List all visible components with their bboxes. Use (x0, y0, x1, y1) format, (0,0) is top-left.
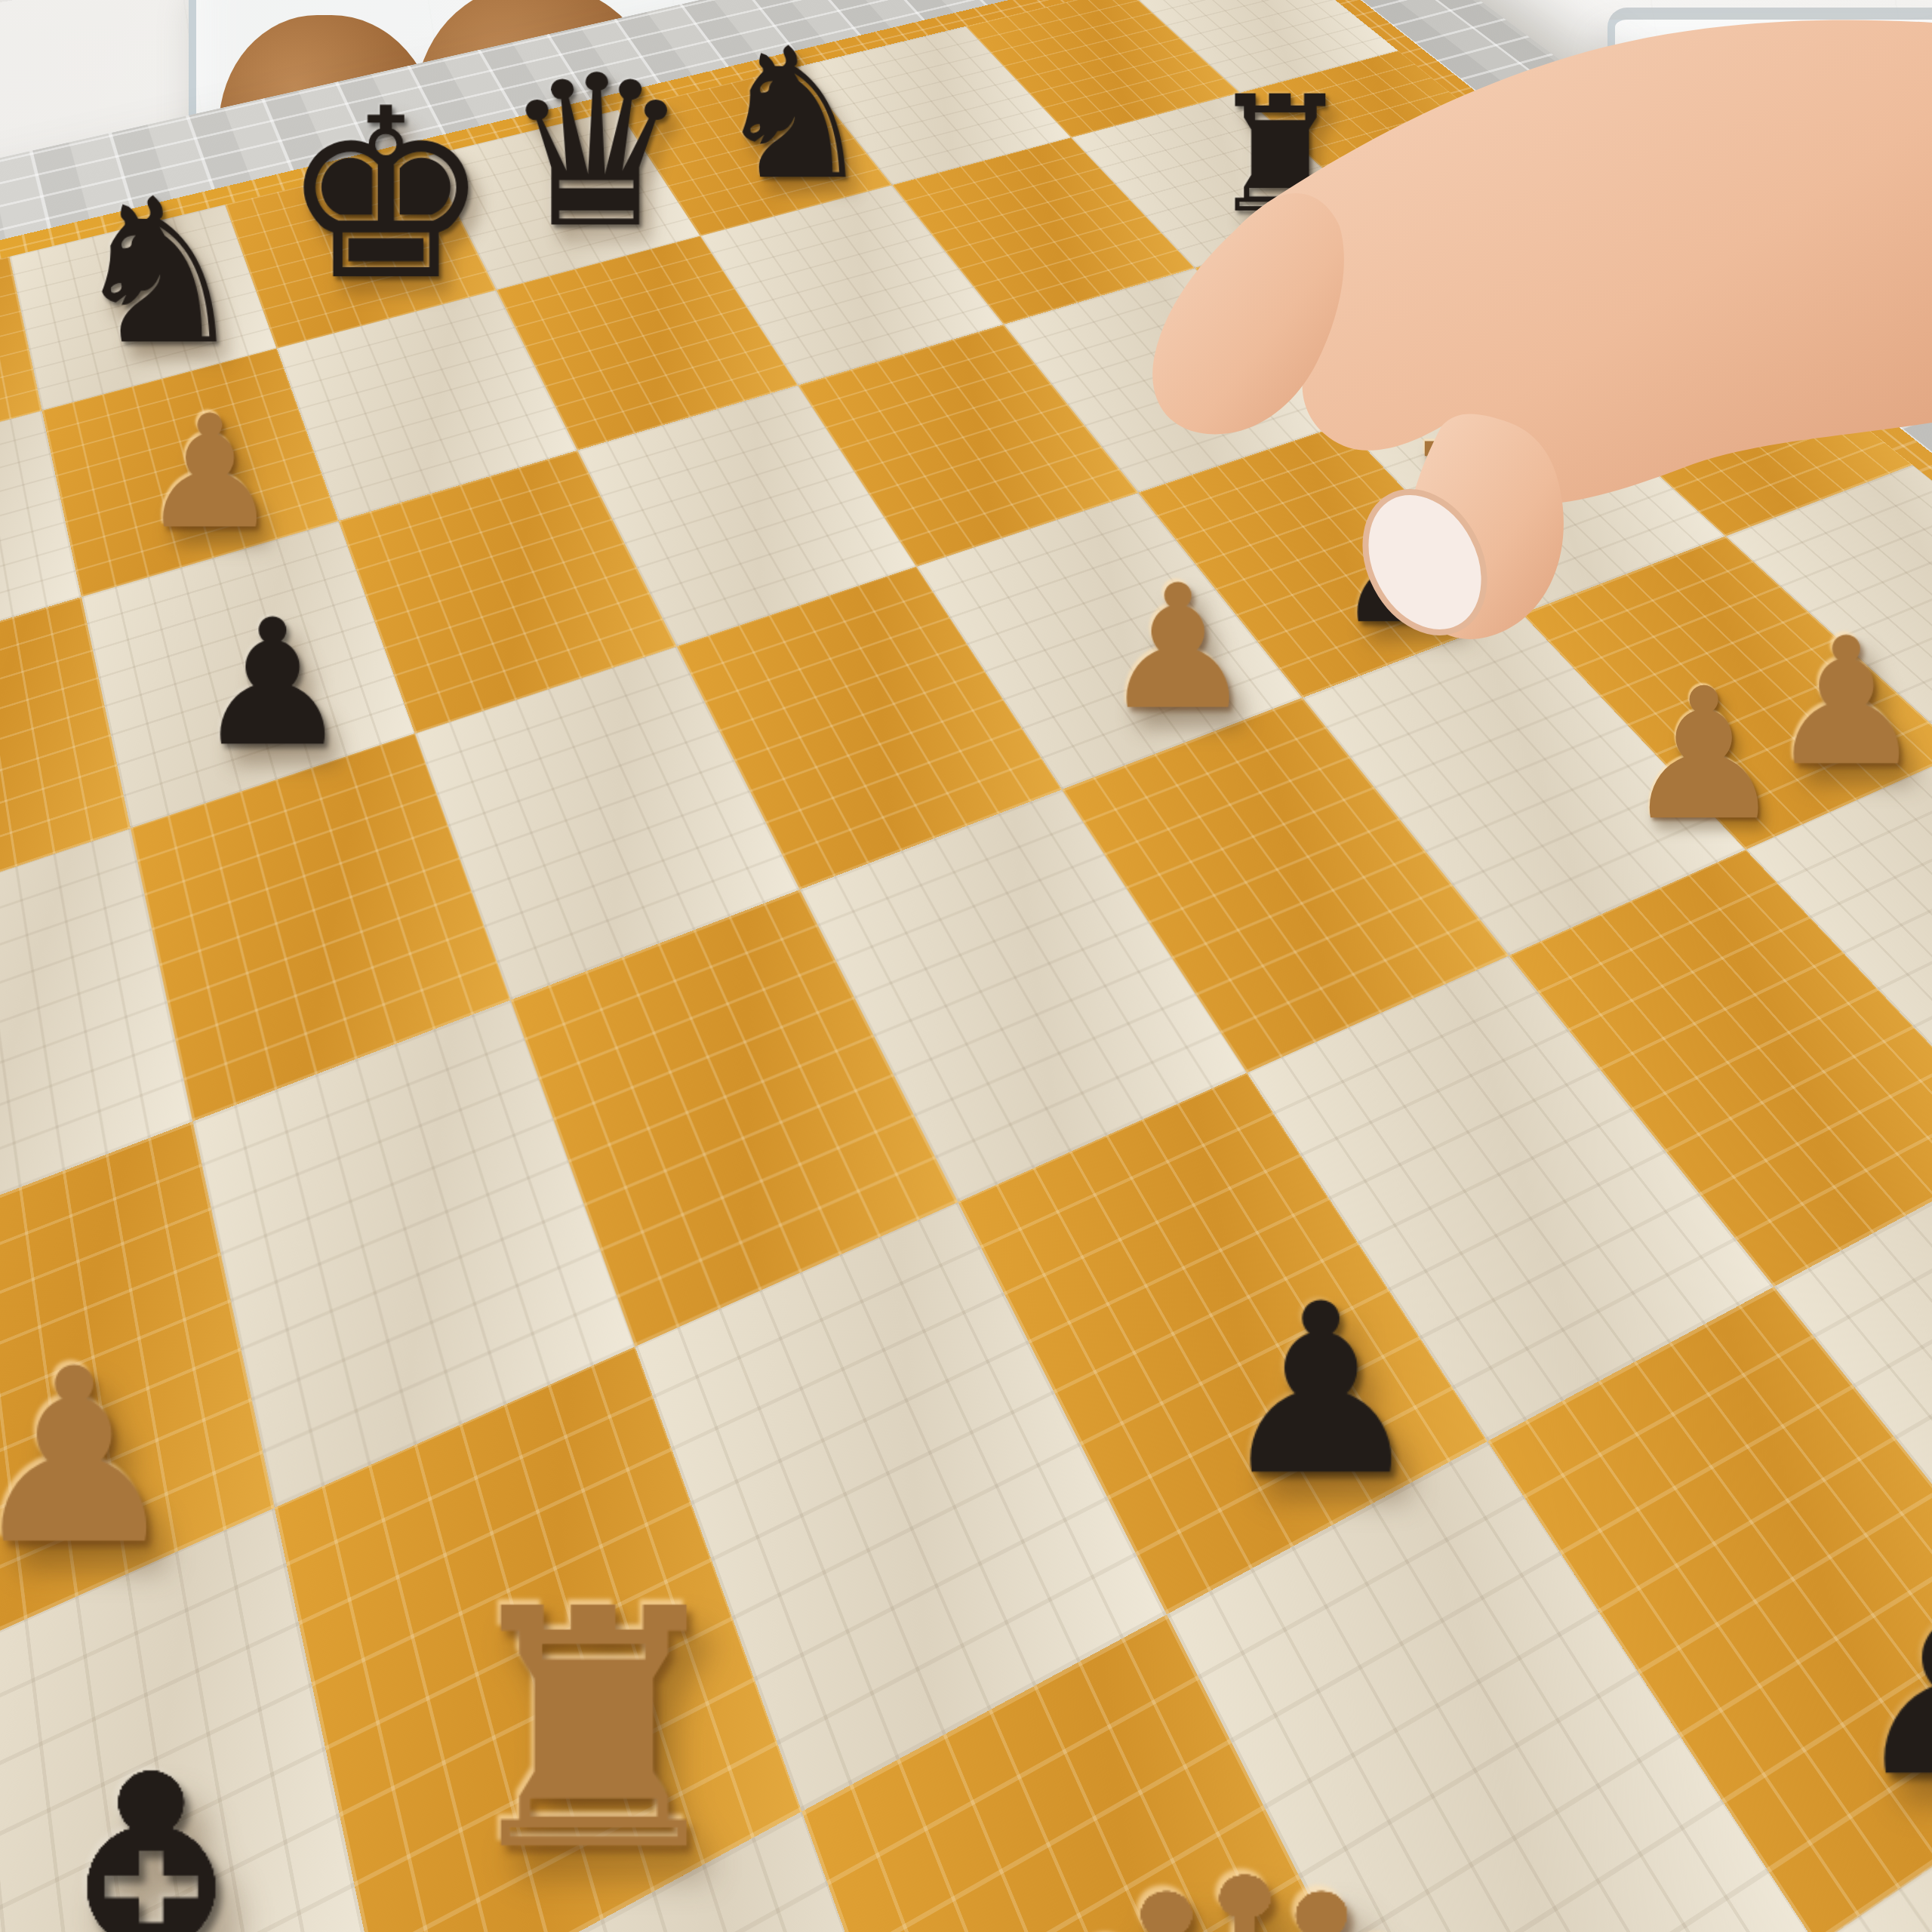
piece-black-queen[interactable]: ♛ (503, 48, 691, 257)
piece-black-bishop[interactable]: ♝ (0, 1723, 335, 1932)
piece-white-king[interactable]: ♚ (1921, 676, 1932, 1010)
square-c8[interactable]: ♚ (225, 155, 495, 348)
scene: ♝♞♚♛♞♟♜♟♟♟♟♟♟♝♜♟♚♞♛♟♟♝ ♜ ♟ (0, 0, 1932, 1932)
piece-white-pawn[interactable]: ♟ (0, 1336, 182, 1577)
board-grid: ♝♞♚♛♞♟♜♟♟♟♟♟♟♝♜♟♚♞♛♟♟♝ (0, 0, 1932, 1932)
piece-black-knight[interactable]: ♞ (712, 24, 874, 205)
captured-white-pawn[interactable]: ♟ (1623, 664, 1785, 845)
piece-black-king[interactable]: ♚ (280, 78, 491, 312)
piece-white-pawn[interactable]: ♟ (1767, 614, 1924, 789)
captured-white-rook[interactable]: ♜ (1393, 420, 1562, 608)
piece-black-pawn[interactable]: ♟ (1216, 1272, 1426, 1508)
piece-white-pawn[interactable]: ♟ (140, 394, 281, 550)
board-orange-frame: ♝♞♚♛♞♟♜♟♟♟♟♟♟♝♜♟♚♞♛♟♟♝ (0, 0, 1932, 1932)
piece-white-pawn[interactable]: ♟ (1101, 562, 1254, 734)
piece-black-pawn[interactable]: ♟ (0, 686, 57, 869)
piece-black-pawn[interactable]: ♟ (195, 595, 351, 770)
piece-black-knight[interactable]: ♞ (69, 172, 248, 372)
chessboard: ♝♞♚♛♞♟♜♟♟♟♟♟♟♝♜♟♚♞♛♟♟♝ (0, 0, 1932, 1932)
piece-black-pawn[interactable]: ♟ (1844, 1552, 1932, 1812)
piece-white-queen[interactable]: ♛ (1029, 1819, 1457, 1932)
piece-black-rook[interactable]: ♜ (1208, 75, 1352, 236)
piece-white-rook[interactable]: ♜ (446, 1567, 742, 1897)
piece-black-bishop[interactable]: ♝ (0, 226, 11, 437)
board-border-mosaic: ♝♞♚♛♞♟♜♟♟♟♟♟♟♝♜♟♚♞♛♟♟♝ (0, 0, 1932, 1932)
